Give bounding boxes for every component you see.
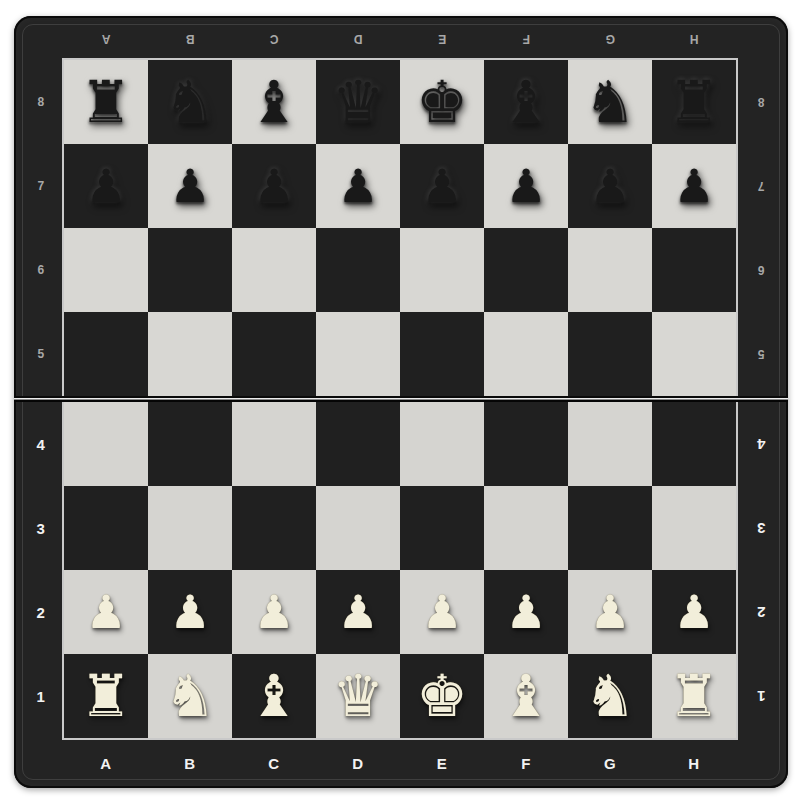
rank-label-right-6: 6 — [757, 263, 764, 277]
square-f8[interactable]: ♝ — [484, 60, 568, 144]
rank-label-left-2: 2 — [37, 604, 46, 621]
square-c8[interactable]: ♝ — [232, 60, 316, 144]
square-b5[interactable] — [148, 312, 232, 396]
rank-label-left-8: 8 — [37, 95, 44, 109]
rank-label-left-3: 3 — [37, 520, 46, 537]
square-e5[interactable] — [400, 312, 484, 396]
square-f7[interactable]: ♟ — [484, 144, 568, 228]
square-e6[interactable] — [400, 228, 484, 312]
square-b7[interactable]: ♟ — [148, 144, 232, 228]
square-b8[interactable]: ♞ — [148, 60, 232, 144]
square-d3[interactable] — [316, 486, 400, 570]
square-h3[interactable] — [652, 486, 736, 570]
file-label-top-b: B — [185, 32, 194, 46]
square-c6[interactable] — [232, 228, 316, 312]
square-d6[interactable] — [316, 228, 400, 312]
square-e8[interactable]: ♚ — [400, 60, 484, 144]
square-e3[interactable] — [400, 486, 484, 570]
square-h1[interactable]: ♜ — [652, 654, 736, 738]
piece-black-knight[interactable]: ♞ — [164, 73, 216, 131]
file-label-bottom-h: H — [688, 755, 699, 772]
square-c3[interactable] — [232, 486, 316, 570]
piece-black-king[interactable]: ♚ — [416, 73, 468, 131]
square-d7[interactable]: ♟ — [316, 144, 400, 228]
piece-black-pawn[interactable]: ♟ — [337, 163, 378, 209]
square-b3[interactable] — [148, 486, 232, 570]
square-g2[interactable]: ♟ — [568, 570, 652, 654]
square-g3[interactable] — [568, 486, 652, 570]
square-g8[interactable]: ♞ — [568, 60, 652, 144]
rank-label-left-7: 7 — [37, 179, 44, 193]
square-e7[interactable]: ♟ — [400, 144, 484, 228]
piece-white-knight[interactable]: ♞ — [164, 667, 216, 725]
square-b6[interactable] — [148, 228, 232, 312]
file-label-top-d: D — [353, 32, 362, 46]
piece-white-pawn[interactable]: ♟ — [589, 589, 630, 635]
rank-label-left-6: 6 — [37, 263, 44, 277]
square-a8[interactable]: ♜ — [64, 60, 148, 144]
square-h5[interactable] — [652, 312, 736, 396]
square-h2[interactable]: ♟ — [652, 570, 736, 654]
square-f1[interactable]: ♝ — [484, 654, 568, 738]
piece-black-knight[interactable]: ♞ — [584, 73, 636, 131]
piece-black-bishop[interactable]: ♝ — [500, 73, 552, 131]
fold-seam — [14, 396, 788, 402]
square-h8[interactable]: ♜ — [652, 60, 736, 144]
piece-black-rook[interactable]: ♜ — [80, 73, 132, 131]
piece-black-queen[interactable]: ♛ — [332, 73, 384, 131]
piece-white-rook[interactable]: ♜ — [80, 667, 132, 725]
rank-label-left-1: 1 — [37, 688, 46, 705]
square-c5[interactable] — [232, 312, 316, 396]
square-a5[interactable] — [64, 312, 148, 396]
rank-label-left-5: 5 — [37, 347, 44, 361]
file-label-top-h: H — [689, 32, 698, 46]
square-h7[interactable]: ♟ — [652, 144, 736, 228]
square-d8[interactable]: ♛ — [316, 60, 400, 144]
file-label-bottom-e: E — [437, 755, 448, 772]
square-a4[interactable] — [64, 402, 148, 486]
square-g5[interactable] — [568, 312, 652, 396]
file-label-top-e: E — [438, 32, 447, 46]
square-d4[interactable] — [316, 402, 400, 486]
piece-black-pawn[interactable]: ♟ — [673, 163, 714, 209]
piece-black-pawn[interactable]: ♟ — [169, 163, 210, 209]
square-f3[interactable] — [484, 486, 568, 570]
piece-black-pawn[interactable]: ♟ — [85, 163, 126, 209]
piece-black-pawn[interactable]: ♟ — [253, 163, 294, 209]
piece-white-knight[interactable]: ♞ — [584, 667, 636, 725]
board-bottom-half: ♟♟♟♟♟♟♟♟♜♞♝♛♚♝♞♜ — [64, 402, 736, 738]
file-label-bottom-g: G — [604, 755, 616, 772]
rank-label-right-7: 7 — [757, 179, 764, 193]
square-f4[interactable] — [484, 402, 568, 486]
piece-white-queen[interactable]: ♛ — [332, 667, 384, 725]
piece-white-pawn[interactable]: ♟ — [421, 589, 462, 635]
square-a2[interactable]: ♟ — [64, 570, 148, 654]
file-label-bottom-a: A — [100, 755, 111, 772]
file-label-bottom-d: D — [352, 755, 363, 772]
square-h4[interactable] — [652, 402, 736, 486]
piece-black-rook[interactable]: ♜ — [668, 73, 720, 131]
file-label-top-a: A — [101, 32, 110, 46]
piece-white-pawn[interactable]: ♟ — [505, 589, 546, 635]
piece-white-pawn[interactable]: ♟ — [169, 589, 210, 635]
piece-white-pawn[interactable]: ♟ — [85, 589, 126, 635]
file-label-top-g: G — [605, 32, 615, 46]
piece-white-rook[interactable]: ♜ — [668, 667, 720, 725]
square-b2[interactable]: ♟ — [148, 570, 232, 654]
rank-label-right-8: 8 — [757, 95, 764, 109]
square-c1[interactable]: ♝ — [232, 654, 316, 738]
square-f6[interactable] — [484, 228, 568, 312]
square-g4[interactable] — [568, 402, 652, 486]
piece-white-pawn[interactable]: ♟ — [673, 589, 714, 635]
piece-white-pawn[interactable]: ♟ — [253, 589, 294, 635]
square-a1[interactable]: ♜ — [64, 654, 148, 738]
piece-black-pawn[interactable]: ♟ — [421, 163, 462, 209]
square-e4[interactable] — [400, 402, 484, 486]
photo-background: ♜♞♝♛♚♝♞♜♟♟♟♟♟♟♟♟ ♟♟♟♟♟♟♟♟♜♞♝♛♚♝♞♜ AABBCC… — [0, 0, 800, 800]
square-e1[interactable]: ♚ — [400, 654, 484, 738]
square-b1[interactable]: ♞ — [148, 654, 232, 738]
square-d2[interactable]: ♟ — [316, 570, 400, 654]
piece-white-pawn[interactable]: ♟ — [337, 589, 378, 635]
rank-label-right-5: 5 — [757, 347, 764, 361]
rank-label-right-1: 1 — [757, 688, 766, 705]
file-label-top-c: C — [269, 32, 278, 46]
square-e2[interactable]: ♟ — [400, 570, 484, 654]
square-d1[interactable]: ♛ — [316, 654, 400, 738]
square-g7[interactable]: ♟ — [568, 144, 652, 228]
square-a3[interactable] — [64, 486, 148, 570]
square-f5[interactable] — [484, 312, 568, 396]
square-c7[interactable]: ♟ — [232, 144, 316, 228]
piece-white-bishop[interactable]: ♝ — [500, 667, 552, 725]
rank-label-left-4: 4 — [37, 436, 46, 453]
file-label-bottom-f: F — [521, 755, 531, 772]
piece-white-king[interactable]: ♚ — [416, 667, 468, 725]
piece-white-bishop[interactable]: ♝ — [248, 667, 300, 725]
rank-label-right-2: 2 — [757, 604, 766, 621]
board-frame: ♜♞♝♛♚♝♞♜♟♟♟♟♟♟♟♟ ♟♟♟♟♟♟♟♟♜♞♝♛♚♝♞♜ AABBCC… — [14, 16, 788, 788]
square-f2[interactable]: ♟ — [484, 570, 568, 654]
square-a6[interactable] — [64, 228, 148, 312]
file-label-bottom-c: C — [268, 755, 279, 772]
square-g1[interactable]: ♞ — [568, 654, 652, 738]
piece-black-pawn[interactable]: ♟ — [589, 163, 630, 209]
square-b4[interactable] — [148, 402, 232, 486]
file-label-bottom-b: B — [184, 755, 195, 772]
square-a7[interactable]: ♟ — [64, 144, 148, 228]
square-c4[interactable] — [232, 402, 316, 486]
piece-black-pawn[interactable]: ♟ — [505, 163, 546, 209]
square-c2[interactable]: ♟ — [232, 570, 316, 654]
square-h6[interactable] — [652, 228, 736, 312]
board-top-half: ♜♞♝♛♚♝♞♜♟♟♟♟♟♟♟♟ — [64, 60, 736, 396]
square-g6[interactable] — [568, 228, 652, 312]
piece-black-bishop[interactable]: ♝ — [248, 73, 300, 131]
rank-label-right-4: 4 — [757, 436, 766, 453]
file-label-top-f: F — [522, 32, 530, 46]
square-d5[interactable] — [316, 312, 400, 396]
rank-label-right-3: 3 — [757, 520, 766, 537]
